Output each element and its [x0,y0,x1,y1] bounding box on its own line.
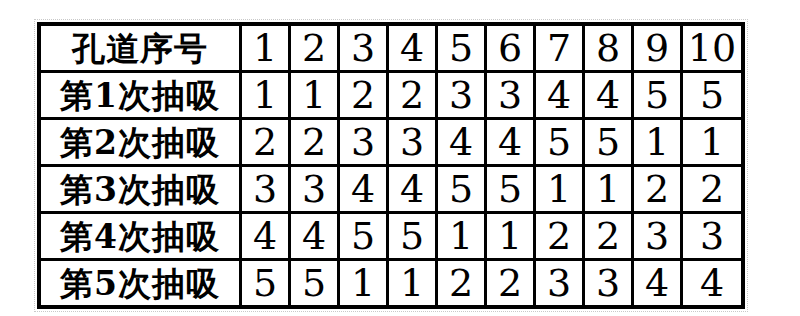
row-3-value-3: 4 [340,167,386,211]
row-3-value-8: 1 [585,167,631,211]
row-2-value-7: 5 [536,120,582,164]
row-2-value-4: 3 [389,120,435,164]
row-1-value-9: 5 [634,73,680,117]
row-5-value-5: 2 [438,261,484,305]
row-5-value-9: 4 [634,261,680,305]
row-5-value-2: 5 [291,261,337,305]
row-5-value-7: 3 [536,261,582,305]
row-2-value-3: 3 [340,120,386,164]
row-2-value-9: 1 [634,120,680,164]
header-col-8: 8 [585,26,631,70]
row-4-value-7: 2 [536,214,582,258]
row-4-value-3: 5 [340,214,386,258]
row-2-value-8: 5 [585,120,631,164]
row-1-label: 第1次抽吸 [41,73,239,117]
row-4-label: 第4次抽吸 [41,214,239,258]
row-4-value-4: 5 [389,214,435,258]
row-1-value-2: 1 [291,73,337,117]
row-5-value-10: 4 [683,261,741,305]
header-col-9: 9 [634,26,680,70]
row-5-label: 第5次抽吸 [41,261,239,305]
row-3-value-1: 3 [242,167,288,211]
row-1-value-6: 3 [487,73,533,117]
row-3-value-2: 3 [291,167,337,211]
row-3-value-9: 2 [634,167,680,211]
header-col-7: 7 [536,26,582,70]
row-5-value-3: 1 [340,261,386,305]
row-5-value-1: 5 [242,261,288,305]
row-1-value-5: 3 [438,73,484,117]
row-4-value-6: 1 [487,214,533,258]
page: 孔道序号 1 2 3 4 5 6 7 8 9 10 第1次抽吸 1 1 2 2 … [0,0,800,316]
row-4-value-10: 3 [683,214,741,258]
row-3-value-4: 4 [389,167,435,211]
row-4-value-9: 3 [634,214,680,258]
row-3-value-5: 5 [438,167,484,211]
row-1-value-8: 4 [585,73,631,117]
row-3-value-10: 2 [683,167,741,211]
header-col-2: 2 [291,26,337,70]
row-1-value-10: 5 [683,73,741,117]
row-1-value-3: 2 [340,73,386,117]
row-1-value-7: 4 [536,73,582,117]
header-col-4: 4 [389,26,435,70]
row-4-value-5: 1 [438,214,484,258]
row-5-value-4: 1 [389,261,435,305]
header-col-6: 6 [487,26,533,70]
row-2-value-5: 4 [438,120,484,164]
row-4-value-8: 2 [585,214,631,258]
row-5-value-6: 2 [487,261,533,305]
row-2-value-10: 1 [683,120,741,164]
row-5-value-8: 3 [585,261,631,305]
header-label-cell: 孔道序号 [41,26,239,70]
header-col-10: 10 [683,26,741,70]
schedule-table: 孔道序号 1 2 3 4 5 6 7 8 9 10 第1次抽吸 1 1 2 2 … [37,22,745,309]
header-col-3: 3 [340,26,386,70]
row-2-value-1: 2 [242,120,288,164]
row-3-label: 第3次抽吸 [41,167,239,211]
row-2-value-6: 4 [487,120,533,164]
row-4-value-1: 4 [242,214,288,258]
row-2-label: 第2次抽吸 [41,120,239,164]
row-1-value-1: 1 [242,73,288,117]
header-col-1: 1 [242,26,288,70]
row-2-value-2: 2 [291,120,337,164]
header-col-5: 5 [438,26,484,70]
row-4-value-2: 4 [291,214,337,258]
row-3-value-7: 1 [536,167,582,211]
row-1-value-4: 2 [389,73,435,117]
row-3-value-6: 5 [487,167,533,211]
